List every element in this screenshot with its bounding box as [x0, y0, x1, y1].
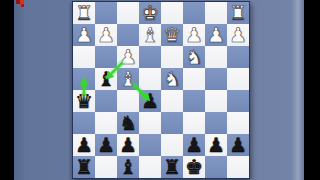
- white-knight-icon: ♞: [185, 46, 203, 68]
- square-c7[interactable]: ♟: [183, 134, 205, 156]
- square-h1[interactable]: ♜: [73, 2, 95, 24]
- square-c1[interactable]: [183, 2, 205, 24]
- letterbox-left: [0, 0, 14, 180]
- black-bishop-icon: ♝: [119, 156, 137, 178]
- square-a5[interactable]: [227, 90, 249, 112]
- square-c8[interactable]: ♚: [183, 156, 205, 178]
- square-b7[interactable]: ♟: [205, 134, 227, 156]
- white-pawn-icon: ♟: [119, 46, 137, 68]
- black-pawn-icon: ♟: [207, 134, 225, 156]
- white-knight-icon: ♞: [163, 68, 181, 90]
- square-b6[interactable]: [205, 112, 227, 134]
- square-a8[interactable]: [227, 156, 249, 178]
- letterbox-right: [304, 0, 320, 180]
- square-a1[interactable]: ♜: [227, 2, 249, 24]
- square-d3[interactable]: [161, 46, 183, 68]
- square-g2[interactable]: ♟: [95, 24, 117, 46]
- square-f4[interactable]: ♝: [117, 68, 139, 90]
- white-pawn-icon: ♟: [75, 24, 93, 46]
- board-squares: ♜♚♜♟♟♝♛♟♟♟♟♞♝♝♞♛♟♞♟♟♟♟♟♟♜♝♜♚: [73, 2, 249, 178]
- square-a3[interactable]: [227, 46, 249, 68]
- square-f3[interactable]: ♟: [117, 46, 139, 68]
- square-e1[interactable]: ♚: [139, 2, 161, 24]
- square-h3[interactable]: [73, 46, 95, 68]
- square-h7[interactable]: ♟: [73, 134, 95, 156]
- square-c5[interactable]: [183, 90, 205, 112]
- black-queen-icon: ♛: [75, 90, 93, 112]
- square-e3[interactable]: [139, 46, 161, 68]
- white-pawn-icon: ♟: [207, 24, 225, 46]
- square-h4[interactable]: [73, 68, 95, 90]
- square-e5[interactable]: ♟: [139, 90, 161, 112]
- black-pawn-icon: ♟: [97, 134, 115, 156]
- square-b4[interactable]: [205, 68, 227, 90]
- square-f5[interactable]: [117, 90, 139, 112]
- square-h6[interactable]: [73, 112, 95, 134]
- square-h5[interactable]: ♛: [73, 90, 95, 112]
- black-pawn-icon: ♟: [75, 134, 93, 156]
- square-d5[interactable]: [161, 90, 183, 112]
- square-c3[interactable]: ♞: [183, 46, 205, 68]
- square-a7[interactable]: ♟: [227, 134, 249, 156]
- black-knight-icon: ♞: [119, 112, 137, 134]
- black-rook-icon: ♜: [75, 156, 93, 178]
- square-e8[interactable]: [139, 156, 161, 178]
- square-e7[interactable]: [139, 134, 161, 156]
- chess-board: ♜♚♜♟♟♝♛♟♟♟♟♞♝♝♞♛♟♞♟♟♟♟♟♟♜♝♜♚: [72, 1, 250, 179]
- square-b5[interactable]: [205, 90, 227, 112]
- white-king-icon: ♚: [141, 2, 159, 24]
- white-rook-icon: ♜: [75, 2, 93, 24]
- black-rook-icon: ♜: [163, 156, 181, 178]
- red-corner-mark: [16, 0, 26, 8]
- square-g8[interactable]: [95, 156, 117, 178]
- square-d8[interactable]: ♜: [161, 156, 183, 178]
- square-d6[interactable]: [161, 112, 183, 134]
- stage-background: ♜♚♜♟♟♝♛♟♟♟♟♞♝♝♞♛♟♞♟♟♟♟♟♟♜♝♜♚: [14, 0, 304, 180]
- square-f6[interactable]: ♞: [117, 112, 139, 134]
- white-pawn-icon: ♟: [97, 24, 115, 46]
- square-g4[interactable]: ♝: [95, 68, 117, 90]
- square-g7[interactable]: ♟: [95, 134, 117, 156]
- white-bishop-icon: ♝: [119, 68, 137, 90]
- black-bishop-icon: ♝: [97, 68, 115, 90]
- square-a6[interactable]: [227, 112, 249, 134]
- square-h8[interactable]: ♜: [73, 156, 95, 178]
- square-a4[interactable]: [227, 68, 249, 90]
- square-c2[interactable]: ♟: [183, 24, 205, 46]
- square-h2[interactable]: ♟: [73, 24, 95, 46]
- square-e4[interactable]: [139, 68, 161, 90]
- black-pawn-icon: ♟: [141, 90, 159, 112]
- square-b8[interactable]: [205, 156, 227, 178]
- square-d1[interactable]: [161, 2, 183, 24]
- video-frame: ♜♚♜♟♟♝♛♟♟♟♟♞♝♝♞♛♟♞♟♟♟♟♟♟♜♝♜♚: [0, 0, 320, 180]
- black-king-icon: ♚: [185, 156, 203, 178]
- square-g1[interactable]: [95, 2, 117, 24]
- square-g5[interactable]: [95, 90, 117, 112]
- square-c6[interactable]: [183, 112, 205, 134]
- square-d4[interactable]: ♞: [161, 68, 183, 90]
- square-e2[interactable]: ♝: [139, 24, 161, 46]
- square-d7[interactable]: [161, 134, 183, 156]
- black-pawn-icon: ♟: [119, 134, 137, 156]
- square-a2[interactable]: ♟: [227, 24, 249, 46]
- square-b3[interactable]: [205, 46, 227, 68]
- white-bishop-icon: ♝: [141, 24, 159, 46]
- square-f8[interactable]: ♝: [117, 156, 139, 178]
- square-c4[interactable]: [183, 68, 205, 90]
- white-queen-icon: ♛: [163, 24, 181, 46]
- black-pawn-icon: ♟: [229, 134, 247, 156]
- white-rook-icon: ♜: [229, 2, 247, 24]
- square-b1[interactable]: [205, 2, 227, 24]
- square-d2[interactable]: ♛: [161, 24, 183, 46]
- square-f7[interactable]: ♟: [117, 134, 139, 156]
- white-pawn-icon: ♟: [229, 24, 247, 46]
- square-f2[interactable]: [117, 24, 139, 46]
- square-f1[interactable]: [117, 2, 139, 24]
- square-g3[interactable]: [95, 46, 117, 68]
- square-e6[interactable]: [139, 112, 161, 134]
- square-g6[interactable]: [95, 112, 117, 134]
- white-pawn-icon: ♟: [185, 24, 203, 46]
- square-b2[interactable]: ♟: [205, 24, 227, 46]
- black-pawn-icon: ♟: [185, 134, 203, 156]
